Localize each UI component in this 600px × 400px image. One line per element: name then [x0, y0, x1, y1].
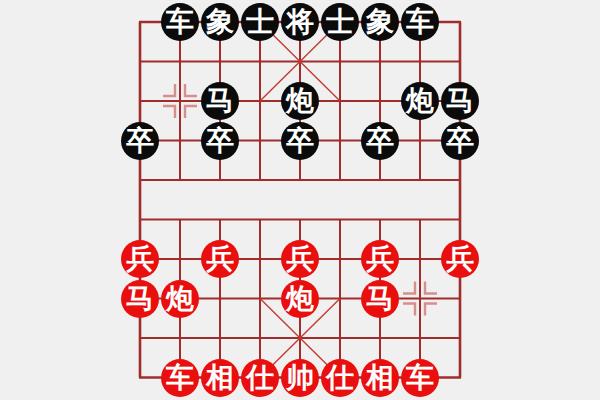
piece-black-advisor[interactable]: 士: [241, 3, 279, 41]
piece-red-general[interactable]: 帅: [281, 359, 319, 397]
piece-red-horse[interactable]: 马: [121, 280, 159, 318]
piece-black-elephant[interactable]: 象: [201, 3, 239, 41]
piece-red-soldier[interactable]: 兵: [121, 240, 159, 278]
piece-red-cannon[interactable]: 炮: [161, 280, 199, 318]
piece-black-horse[interactable]: 马: [201, 82, 239, 120]
piece-red-elephant[interactable]: 相: [201, 359, 239, 397]
piece-black-cannon[interactable]: 炮: [401, 82, 439, 120]
piece-red-advisor[interactable]: 仕: [321, 359, 359, 397]
piece-red-soldier[interactable]: 兵: [281, 240, 319, 278]
piece-red-advisor[interactable]: 仕: [241, 359, 279, 397]
piece-black-soldier[interactable]: 卒: [441, 122, 479, 160]
piece-red-soldier[interactable]: 兵: [361, 240, 399, 278]
piece-black-rook[interactable]: 车: [161, 3, 199, 41]
piece-black-general[interactable]: 将: [281, 3, 319, 41]
piece-black-advisor[interactable]: 士: [321, 3, 359, 41]
piece-black-soldier[interactable]: 卒: [361, 122, 399, 160]
piece-red-soldier[interactable]: 兵: [201, 240, 239, 278]
piece-black-soldier[interactable]: 卒: [201, 122, 239, 160]
piece-black-soldier[interactable]: 卒: [121, 122, 159, 160]
piece-red-soldier[interactable]: 兵: [441, 240, 479, 278]
piece-red-elephant[interactable]: 相: [361, 359, 399, 397]
piece-black-soldier[interactable]: 卒: [281, 122, 319, 160]
piece-red-rook[interactable]: 车: [401, 359, 439, 397]
piece-red-horse[interactable]: 马: [361, 280, 399, 318]
piece-red-rook[interactable]: 车: [161, 359, 199, 397]
piece-black-horse[interactable]: 马: [441, 82, 479, 120]
piece-black-rook[interactable]: 车: [401, 3, 439, 41]
xiangqi-board: 车象士将士象车马炮炮马卒卒卒卒卒兵兵兵兵兵马炮炮马车相仕帅仕相车: [0, 0, 600, 400]
piece-red-cannon[interactable]: 炮: [281, 280, 319, 318]
piece-layer: 车象士将士象车马炮炮马卒卒卒卒卒兵兵兵兵兵马炮炮马车相仕帅仕相车: [120, 2, 480, 397]
piece-black-elephant[interactable]: 象: [361, 3, 399, 41]
piece-black-cannon[interactable]: 炮: [281, 82, 319, 120]
